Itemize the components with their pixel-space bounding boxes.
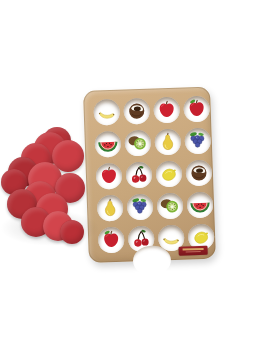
product-photo [0, 0, 262, 350]
disc-pile [0, 0, 262, 350]
red-cover-disc[interactable] [60, 220, 84, 244]
